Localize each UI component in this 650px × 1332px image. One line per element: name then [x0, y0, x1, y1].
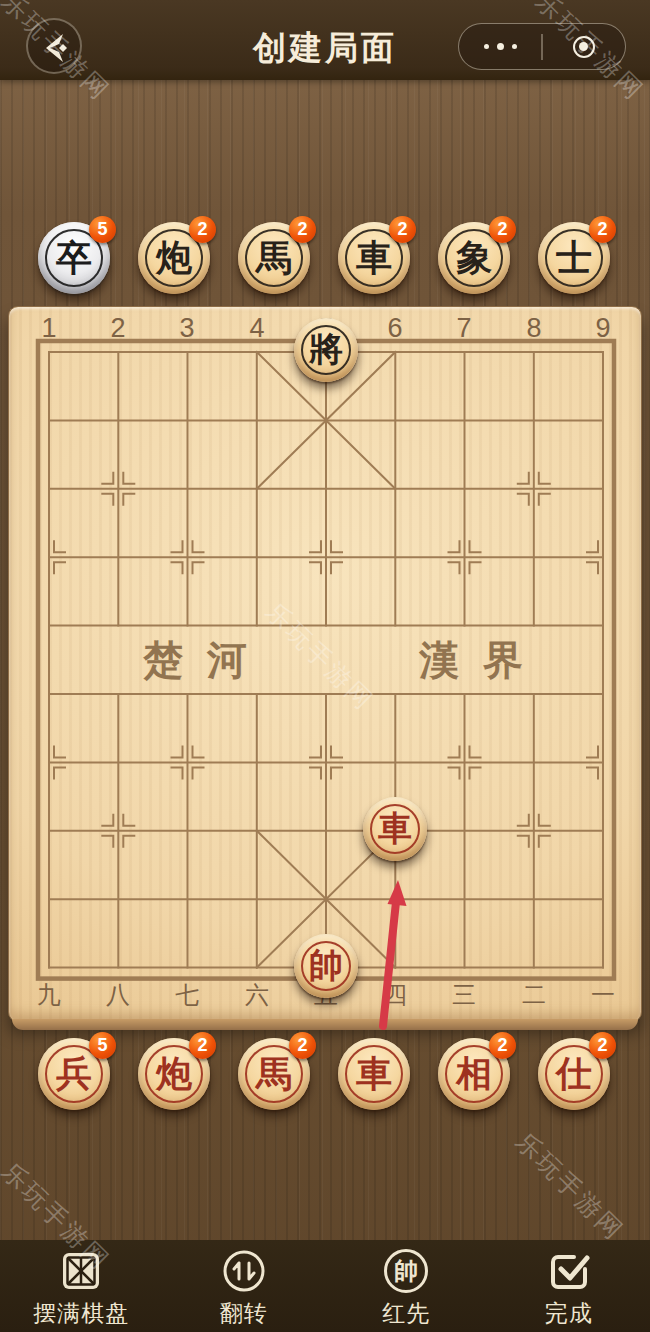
tray-black-chariot[interactable]: 車 2 — [338, 222, 410, 294]
dot-icon — [497, 43, 504, 50]
count-badge: 2 — [189, 1032, 216, 1059]
tray-red-elephant[interactable]: 相 2 — [438, 1038, 510, 1110]
file-label-top: 2 — [110, 313, 125, 344]
tool-label: 完成 — [545, 1298, 593, 1329]
file-label-bottom: 八 — [106, 979, 130, 1011]
count-badge: 5 — [89, 1032, 116, 1059]
count-badge: 2 — [289, 1032, 316, 1059]
file-label-bottom: 三 — [452, 979, 476, 1011]
tool-label: 摆满棋盘 — [33, 1298, 129, 1329]
miniprogram-capsule — [458, 23, 626, 70]
tray-black-soldier[interactable]: 卒 5 — [38, 222, 110, 294]
done-button[interactable]: 完成 — [488, 1240, 650, 1332]
file-label-top: 1 — [41, 313, 56, 344]
tray-black-elephant[interactable]: 象 2 — [438, 222, 510, 294]
file-label-bottom: 九 — [37, 979, 61, 1011]
tray-red-cannon[interactable]: 炮 2 — [138, 1038, 210, 1110]
tray-red-chariot[interactable]: 車 — [338, 1038, 410, 1110]
tray-red-horse[interactable]: 馬 2 — [238, 1038, 310, 1110]
create-position-screen: 创建局面 卒 5 炮 2 — [0, 0, 650, 1332]
done-check-icon — [546, 1248, 592, 1294]
fill-board-button[interactable]: 摆满棋盘 — [0, 1240, 163, 1332]
tray-black-horse[interactable]: 馬 2 — [238, 222, 310, 294]
count-badge: 2 — [289, 216, 316, 243]
flip-icon — [221, 1248, 267, 1294]
watermark: 乐玩手游网 — [509, 1125, 631, 1247]
file-label-top: 8 — [526, 313, 541, 344]
bottom-toolbar: 摆满棋盘 翻转 帥 红先 完成 — [0, 1240, 650, 1332]
file-label-bottom: 一 — [591, 979, 615, 1011]
count-badge: 2 — [389, 216, 416, 243]
river-label-right: 漢界 — [395, 633, 547, 688]
tray-black-cannon[interactable]: 炮 2 — [138, 222, 210, 294]
file-label-top: 3 — [179, 313, 194, 344]
board-grid-icon — [58, 1248, 104, 1294]
file-label-bottom: 二 — [522, 979, 546, 1011]
board-piece-black-general[interactable]: 將 — [294, 318, 358, 382]
river-label-left: 楚河 — [119, 633, 271, 688]
board-piece-red-general[interactable]: 帥 — [294, 934, 358, 998]
count-badge: 2 — [489, 1032, 516, 1059]
tool-label: 红先 — [382, 1298, 430, 1329]
board-piece-red-chariot[interactable]: 車 — [363, 797, 427, 861]
count-badge: 2 — [589, 1032, 616, 1059]
menu-dots-button[interactable] — [459, 24, 541, 69]
count-badge: 2 — [489, 216, 516, 243]
file-label-top: 9 — [595, 313, 610, 344]
red-general-icon: 帥 — [384, 1249, 428, 1293]
file-label-top: 6 — [387, 313, 402, 344]
count-badge: 2 — [189, 216, 216, 243]
tray-red-soldier[interactable]: 兵 5 — [38, 1038, 110, 1110]
file-label-bottom: 七 — [175, 979, 199, 1011]
capsule-close-button[interactable] — [543, 24, 625, 69]
target-icon — [573, 36, 595, 58]
file-label-bottom: 四 — [383, 979, 407, 1011]
count-badge: 5 — [89, 216, 116, 243]
file-label-bottom: 六 — [245, 979, 269, 1011]
tray-black-advisor[interactable]: 士 2 — [538, 222, 610, 294]
red-first-button[interactable]: 帥 红先 — [325, 1240, 488, 1332]
tray-red-advisor[interactable]: 仕 2 — [538, 1038, 610, 1110]
file-label-top: 7 — [456, 313, 471, 344]
board-grid — [9, 307, 643, 1023]
dot-icon — [512, 44, 517, 49]
dot-icon — [484, 44, 489, 49]
flip-board-button[interactable]: 翻转 — [163, 1240, 326, 1332]
tool-label: 翻转 — [220, 1298, 268, 1329]
xiangqi-board[interactable]: 1 2 3 4 5 6 7 8 9 九 八 七 六 五 四 三 二 一 楚河 漢… — [8, 306, 642, 1022]
count-badge: 2 — [589, 216, 616, 243]
header-bar: 创建局面 — [0, 0, 650, 80]
file-label-top: 4 — [249, 313, 264, 344]
